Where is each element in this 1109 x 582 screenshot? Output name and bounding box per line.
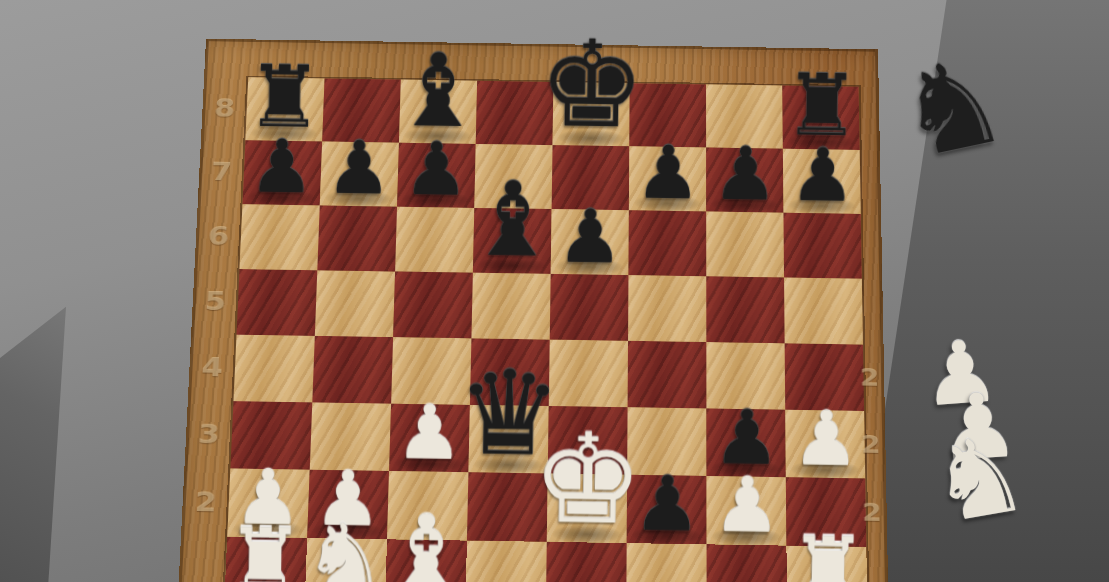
piece-wP-g2[interactable]: ♟	[713, 467, 782, 544]
square-a5[interactable]	[237, 269, 318, 336]
square-h7[interactable]: ♟	[783, 149, 861, 214]
square-e8[interactable]: ♚	[553, 82, 630, 146]
square-b4[interactable]	[312, 336, 393, 404]
piece-bP-f2[interactable]: ♟	[633, 466, 702, 543]
square-a6[interactable]	[240, 204, 320, 270]
piece-wR-a1[interactable]: ♜	[225, 515, 306, 582]
square-b1[interactable]: ♞	[305, 538, 388, 582]
piece-wR-h1[interactable]: ♜	[787, 524, 868, 582]
square-h5[interactable]	[784, 278, 863, 345]
piece-bB-d6[interactable]: ♝	[466, 169, 559, 273]
rank-label-left-5: 5	[194, 286, 237, 317]
piece-bP-g7[interactable]: ♟	[712, 137, 779, 211]
rank-label-left-8: 8	[204, 93, 246, 123]
square-a7[interactable]: ♟	[242, 140, 322, 205]
square-d6[interactable]: ♝	[473, 208, 552, 274]
piece-bK-e8[interactable]: ♚	[538, 24, 647, 145]
chess-app-viewport: ♜♝♚♜♟♟♟♟♟♟♝♟♟♛♟♟♟♟♚♟♟♜♞♝♜ 8765432 222 ♞ …	[0, 0, 1109, 582]
square-h3[interactable]: ♟	[785, 410, 865, 479]
square-h6[interactable]	[783, 213, 861, 279]
square-g6[interactable]	[706, 212, 784, 278]
captured-wN: ♞	[921, 417, 1035, 540]
square-b5[interactable]	[315, 270, 395, 337]
chess-board-frame: ♜♝♚♜♟♟♟♟♟♟♝♟♟♛♟♟♟♟♚♟♟♜♞♝♜ 8765432 222	[177, 39, 889, 582]
square-c6[interactable]	[395, 207, 474, 273]
square-f5[interactable]	[628, 275, 706, 342]
square-f2[interactable]: ♟	[627, 475, 707, 545]
piece-wN-b1[interactable]: ♞	[302, 510, 389, 582]
square-f7[interactable]: ♟	[629, 146, 706, 211]
rank-label-left-6: 6	[197, 221, 239, 251]
piece-wP-h3[interactable]: ♟	[792, 400, 861, 476]
square-e6[interactable]: ♟	[551, 209, 629, 275]
rank-label-left-4: 4	[191, 351, 234, 382]
rank-label-left-2: 2	[184, 486, 227, 518]
square-g2[interactable]: ♟	[706, 476, 786, 546]
rank-label-left-7: 7	[201, 156, 243, 186]
square-c7[interactable]: ♟	[397, 143, 476, 208]
square-e5[interactable]	[550, 274, 629, 341]
piece-wP-c3[interactable]: ♟	[395, 394, 464, 470]
piece-bP-b7[interactable]: ♟	[326, 131, 393, 205]
piece-bP-a7[interactable]: ♟	[248, 129, 315, 203]
piece-wB-c1[interactable]: ♝	[378, 501, 475, 582]
piece-bP-c7[interactable]: ♟	[403, 132, 470, 206]
square-d1[interactable]	[465, 541, 546, 582]
square-a4[interactable]	[233, 335, 314, 403]
square-f1[interactable]	[626, 543, 706, 582]
piece-wK-e2[interactable]: ♚	[531, 416, 644, 542]
square-h1[interactable]: ♜	[786, 546, 867, 582]
square-f4[interactable]	[628, 341, 707, 409]
square-g1[interactable]	[707, 544, 788, 582]
square-g7[interactable]: ♟	[706, 148, 783, 213]
square-e1[interactable]	[546, 542, 627, 582]
rank-label-left-3: 3	[187, 418, 230, 450]
square-c1[interactable]: ♝	[385, 539, 467, 582]
square-e2[interactable]: ♚	[547, 474, 627, 544]
square-a1[interactable]: ♜	[224, 537, 307, 582]
piece-bP-e6[interactable]: ♟	[557, 199, 624, 274]
square-b7[interactable]: ♟	[320, 142, 399, 207]
chess-board[interactable]: ♜♝♚♜♟♟♟♟♟♟♝♟♟♛♟♟♟♟♚♟♟♜♞♝♜	[224, 77, 867, 582]
square-c5[interactable]	[393, 271, 473, 338]
square-g5[interactable]	[706, 276, 784, 343]
piece-bP-f7[interactable]: ♟	[635, 136, 702, 210]
square-b6[interactable]	[317, 205, 397, 271]
square-d5[interactable]	[471, 273, 550, 340]
square-f6[interactable]	[628, 210, 706, 276]
piece-bP-h7[interactable]: ♟	[789, 138, 856, 212]
